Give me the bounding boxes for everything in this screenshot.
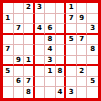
cell-r5c1-given-7[interactable]: 7 bbox=[3, 45, 14, 56]
cell-r4c1-empty[interactable] bbox=[3, 35, 14, 46]
cell-r9c5-empty[interactable] bbox=[45, 87, 56, 98]
cell-r6c9-empty[interactable] bbox=[87, 56, 98, 67]
cell-r8c6-empty[interactable] bbox=[56, 77, 67, 88]
cell-r7c2-empty[interactable] bbox=[14, 66, 25, 77]
cell-r2c9-empty[interactable] bbox=[87, 14, 98, 25]
cell-r9c3-given-8[interactable]: 8 bbox=[24, 87, 35, 98]
cell-r4c8-given-7[interactable]: 7 bbox=[77, 35, 88, 46]
cell-r3c5-given-6[interactable]: 6 bbox=[45, 24, 56, 35]
cell-r9c7-given-3[interactable]: 3 bbox=[66, 87, 77, 98]
cell-r5c2-empty[interactable] bbox=[14, 45, 25, 56]
cell-r7c9-empty[interactable] bbox=[87, 66, 98, 77]
cell-r7c4-empty[interactable] bbox=[35, 66, 46, 77]
cell-r1c7-given-1[interactable]: 1 bbox=[66, 3, 77, 14]
cell-r6c3-given-1[interactable]: 1 bbox=[24, 56, 35, 67]
cell-r3c1-empty[interactable] bbox=[3, 24, 14, 35]
cell-r9c4-empty[interactable] bbox=[35, 87, 46, 98]
cell-r1c6-empty[interactable] bbox=[56, 3, 67, 14]
cell-r1c4-given-3[interactable]: 3 bbox=[35, 3, 46, 14]
cell-r1c8-empty[interactable] bbox=[77, 3, 88, 14]
sudoku-board: 23117974638577489135182675843 bbox=[0, 0, 101, 101]
cell-r5c4-empty[interactable] bbox=[35, 45, 46, 56]
cell-r4c7-given-5[interactable]: 5 bbox=[66, 35, 77, 46]
cell-r4c2-empty[interactable] bbox=[14, 35, 25, 46]
cell-r8c8-empty[interactable] bbox=[77, 77, 88, 88]
cell-r2c1-given-1[interactable]: 1 bbox=[3, 14, 14, 25]
cell-r2c4-empty[interactable] bbox=[35, 14, 46, 25]
cell-r4c3-empty[interactable] bbox=[24, 35, 35, 46]
cell-r1c5-empty[interactable] bbox=[45, 3, 56, 14]
cell-r8c4-empty[interactable] bbox=[35, 77, 46, 88]
cell-r3c4-given-4[interactable]: 4 bbox=[35, 24, 46, 35]
cell-r3c7-empty[interactable] bbox=[66, 24, 77, 35]
cell-r1c3-given-2[interactable]: 2 bbox=[24, 3, 35, 14]
cell-r7c6-given-8[interactable]: 8 bbox=[56, 66, 67, 77]
cell-r1c1-empty[interactable] bbox=[3, 3, 14, 14]
cell-r3c2-given-7[interactable]: 7 bbox=[14, 24, 25, 35]
cell-r9c2-empty[interactable] bbox=[14, 87, 25, 98]
cell-r5c9-given-8[interactable]: 8 bbox=[87, 45, 98, 56]
cell-r9c9-empty[interactable] bbox=[87, 87, 98, 98]
cell-r6c7-empty[interactable] bbox=[66, 56, 77, 67]
cell-r7c5-given-1[interactable]: 1 bbox=[45, 66, 56, 77]
cell-r7c7-empty[interactable] bbox=[66, 66, 77, 77]
cell-r5c8-empty[interactable] bbox=[77, 45, 88, 56]
cell-r6c5-given-3[interactable]: 3 bbox=[45, 56, 56, 67]
cell-r4c4-empty[interactable] bbox=[35, 35, 46, 46]
cell-r6c4-empty[interactable] bbox=[35, 56, 46, 67]
cell-r5c3-empty[interactable] bbox=[24, 45, 35, 56]
cell-r8c3-given-7[interactable]: 7 bbox=[24, 77, 35, 88]
cell-r5c5-given-4[interactable]: 4 bbox=[45, 45, 56, 56]
cell-r1c9-empty[interactable] bbox=[87, 3, 98, 14]
cell-r3c3-empty[interactable] bbox=[24, 24, 35, 35]
cell-r3c9-given-3[interactable]: 3 bbox=[87, 24, 98, 35]
cell-r1c2-empty[interactable] bbox=[14, 3, 25, 14]
cell-r3c6-empty[interactable] bbox=[56, 24, 67, 35]
cell-r6c8-empty[interactable] bbox=[77, 56, 88, 67]
cell-r4c9-empty[interactable] bbox=[87, 35, 98, 46]
cell-r7c1-given-5[interactable]: 5 bbox=[3, 66, 14, 77]
cell-r2c2-empty[interactable] bbox=[14, 14, 25, 25]
cell-r6c6-empty[interactable] bbox=[56, 56, 67, 67]
cell-r2c7-given-7[interactable]: 7 bbox=[66, 14, 77, 25]
cell-r5c7-empty[interactable] bbox=[66, 45, 77, 56]
cell-r9c1-empty[interactable] bbox=[3, 87, 14, 98]
cell-r7c3-empty[interactable] bbox=[24, 66, 35, 77]
cell-r2c3-empty[interactable] bbox=[24, 14, 35, 25]
cell-r5c6-empty[interactable] bbox=[56, 45, 67, 56]
cell-r6c1-empty[interactable] bbox=[3, 56, 14, 67]
cell-r9c6-given-4[interactable]: 4 bbox=[56, 87, 67, 98]
cell-r2c6-empty[interactable] bbox=[56, 14, 67, 25]
cell-r4c5-given-8[interactable]: 8 bbox=[45, 35, 56, 46]
cell-r2c5-empty[interactable] bbox=[45, 14, 56, 25]
cell-r8c9-given-5[interactable]: 5 bbox=[87, 77, 98, 88]
cell-r8c2-given-6[interactable]: 6 bbox=[14, 77, 25, 88]
cell-r4c6-empty[interactable] bbox=[56, 35, 67, 46]
cell-r6c2-given-9[interactable]: 9 bbox=[14, 56, 25, 67]
cell-r7c8-given-2[interactable]: 2 bbox=[77, 66, 88, 77]
cell-r8c5-empty[interactable] bbox=[45, 77, 56, 88]
cell-r8c7-empty[interactable] bbox=[66, 77, 77, 88]
cell-r8c1-empty[interactable] bbox=[3, 77, 14, 88]
cell-r3c8-empty[interactable] bbox=[77, 24, 88, 35]
cell-r2c8-given-9[interactable]: 9 bbox=[77, 14, 88, 25]
cell-r9c8-empty[interactable] bbox=[77, 87, 88, 98]
